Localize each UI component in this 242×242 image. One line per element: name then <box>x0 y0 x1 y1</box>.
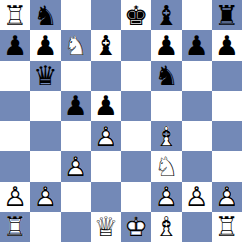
square-g8[interactable] <box>182 0 212 30</box>
square-a6[interactable] <box>0 61 30 91</box>
square-d1[interactable]: ♛♕ <box>91 212 121 242</box>
white-bishop[interactable]: ♝♗ <box>154 213 178 240</box>
white-pawn[interactable]: ♟♙ <box>3 183 27 210</box>
piece-outline-glyph: ♙ <box>64 153 88 180</box>
square-h2[interactable]: ♟♙ <box>212 182 242 212</box>
square-c4[interactable] <box>61 121 91 151</box>
piece-outline-glyph: ♙ <box>185 183 209 210</box>
piece-outline-glyph: ♕ <box>94 213 118 240</box>
piece-glyph: ♟ <box>215 32 239 59</box>
square-g4[interactable] <box>182 121 212 151</box>
square-d2[interactable] <box>91 182 121 212</box>
piece-outline-glyph: ♙ <box>94 123 118 150</box>
black-queen[interactable]: ♛ <box>33 62 57 89</box>
square-e2[interactable] <box>121 182 151 212</box>
piece-outline-glyph: ♗ <box>154 213 178 240</box>
square-h7[interactable]: ♟ <box>212 30 242 60</box>
square-b6[interactable]: ♛ <box>30 61 60 91</box>
piece-outline-glyph: ♖ <box>3 213 27 240</box>
black-knight[interactable]: ♞ <box>33 2 57 29</box>
square-b2[interactable]: ♟♙ <box>30 182 60 212</box>
square-e8[interactable]: ♚ <box>121 0 151 30</box>
white-pawn[interactable]: ♟♙ <box>185 183 209 210</box>
square-g2[interactable]: ♟♙ <box>182 182 212 212</box>
square-c6[interactable] <box>61 61 91 91</box>
black-pawn[interactable]: ♟ <box>3 32 27 59</box>
white-pawn[interactable]: ♟♙ <box>215 183 239 210</box>
piece-outline-glyph: ♖ <box>215 213 239 240</box>
square-b7[interactable]: ♟ <box>30 30 60 60</box>
square-d6[interactable] <box>91 61 121 91</box>
square-f7[interactable]: ♟ <box>151 30 181 60</box>
square-a3[interactable] <box>0 151 30 181</box>
piece-glyph: ♞ <box>154 62 178 89</box>
square-h1[interactable]: ♜♖ <box>212 212 242 242</box>
square-a4[interactable] <box>0 121 30 151</box>
square-h3[interactable] <box>212 151 242 181</box>
square-g6[interactable] <box>182 61 212 91</box>
piece-outline-glyph: ♔ <box>124 213 148 240</box>
square-h4[interactable] <box>212 121 242 151</box>
square-d3[interactable] <box>91 151 121 181</box>
square-b3[interactable] <box>30 151 60 181</box>
square-e6[interactable] <box>121 61 151 91</box>
square-a5[interactable] <box>0 91 30 121</box>
black-pawn[interactable]: ♟ <box>215 32 239 59</box>
white-rook[interactable]: ♜♖ <box>3 213 27 240</box>
square-f2[interactable]: ♟♙ <box>151 182 181 212</box>
piece-glyph: ♝ <box>94 32 118 59</box>
square-a8[interactable]: ♜♖ <box>0 0 30 30</box>
piece-glyph: ♟ <box>185 32 209 59</box>
square-c8[interactable] <box>61 0 91 30</box>
white-queen[interactable]: ♛♕ <box>94 213 118 240</box>
square-c3[interactable]: ♟♙ <box>61 151 91 181</box>
square-e5[interactable] <box>121 91 151 121</box>
square-e7[interactable] <box>121 30 151 60</box>
square-f1[interactable]: ♝♗ <box>151 212 181 242</box>
square-g5[interactable] <box>182 91 212 121</box>
piece-glyph: ♟ <box>64 92 88 119</box>
square-f6[interactable]: ♞ <box>151 61 181 91</box>
square-c1[interactable] <box>61 212 91 242</box>
piece-glyph: ♚ <box>124 2 148 29</box>
piece-glyph: ♛ <box>33 62 57 89</box>
square-g7[interactable]: ♟ <box>182 30 212 60</box>
black-pawn[interactable]: ♟ <box>64 92 88 119</box>
white-knight[interactable]: ♞♘ <box>154 153 178 180</box>
square-b8[interactable]: ♞ <box>30 0 60 30</box>
white-pawn[interactable]: ♟♙ <box>33 183 57 210</box>
white-knight[interactable]: ♞♘ <box>64 32 88 59</box>
white-pawn[interactable]: ♟♙ <box>94 123 118 150</box>
square-c2[interactable] <box>61 182 91 212</box>
piece-glyph: ♟ <box>3 32 27 59</box>
black-bishop[interactable]: ♝ <box>154 2 178 29</box>
square-h6[interactable] <box>212 61 242 91</box>
square-d8[interactable] <box>91 0 121 30</box>
square-f8[interactable]: ♝ <box>151 0 181 30</box>
square-e3[interactable] <box>121 151 151 181</box>
white-pawn[interactable]: ♟♙ <box>154 183 178 210</box>
white-king[interactable]: ♚♔ <box>124 213 148 240</box>
square-d4[interactable]: ♟♙ <box>91 121 121 151</box>
black-pawn[interactable]: ♟ <box>33 32 57 59</box>
square-e1[interactable]: ♚♔ <box>121 212 151 242</box>
square-a7[interactable]: ♟ <box>0 30 30 60</box>
piece-glyph: ♟ <box>33 32 57 59</box>
square-b1[interactable] <box>30 212 60 242</box>
piece-outline-glyph: ♙ <box>154 183 178 210</box>
black-pawn[interactable]: ♟ <box>94 92 118 119</box>
piece-outline-glyph: ♘ <box>64 32 88 59</box>
white-pawn[interactable]: ♟♙ <box>64 153 88 180</box>
square-b4[interactable] <box>30 121 60 151</box>
square-c5[interactable]: ♟ <box>61 91 91 121</box>
square-e4[interactable] <box>121 121 151 151</box>
black-bishop[interactable]: ♝ <box>94 32 118 59</box>
piece-outline-glyph: ♖ <box>3 2 27 29</box>
chess-board: ♜♖♞♚♝♜♟♟♞♘♝♟♟♟♛♞♟♟♟♙♝♗♟♙♞♘♟♙♟♙♟♙♟♙♟♙♜♖♛♕… <box>0 0 242 242</box>
white-rook[interactable]: ♜♖ <box>215 213 239 240</box>
piece-glyph: ♜ <box>215 2 239 29</box>
piece-glyph: ♟ <box>154 32 178 59</box>
square-a2[interactable]: ♟♙ <box>0 182 30 212</box>
square-f4[interactable]: ♝♗ <box>151 121 181 151</box>
black-pawn[interactable]: ♟ <box>185 32 209 59</box>
square-g3[interactable] <box>182 151 212 181</box>
square-d7[interactable]: ♝ <box>91 30 121 60</box>
black-pawn[interactable]: ♟ <box>154 32 178 59</box>
piece-glyph: ♟ <box>94 92 118 119</box>
square-h5[interactable] <box>212 91 242 121</box>
square-d5[interactable]: ♟ <box>91 91 121 121</box>
piece-glyph: ♞ <box>33 2 57 29</box>
white-rook[interactable]: ♜♖ <box>3 2 27 29</box>
piece-outline-glyph: ♘ <box>154 153 178 180</box>
piece-outline-glyph: ♙ <box>33 183 57 210</box>
piece-outline-glyph: ♙ <box>3 183 27 210</box>
black-king[interactable]: ♚ <box>124 2 148 29</box>
piece-outline-glyph: ♗ <box>154 123 178 150</box>
square-g1[interactable] <box>182 212 212 242</box>
square-f3[interactable]: ♞♘ <box>151 151 181 181</box>
black-rook[interactable]: ♜ <box>215 2 239 29</box>
black-knight[interactable]: ♞ <box>154 62 178 89</box>
square-f5[interactable] <box>151 91 181 121</box>
square-b5[interactable] <box>30 91 60 121</box>
square-c7[interactable]: ♞♘ <box>61 30 91 60</box>
square-a1[interactable]: ♜♖ <box>0 212 30 242</box>
white-bishop[interactable]: ♝♗ <box>154 123 178 150</box>
piece-glyph: ♝ <box>154 2 178 29</box>
piece-outline-glyph: ♙ <box>215 183 239 210</box>
square-h8[interactable]: ♜ <box>212 0 242 30</box>
